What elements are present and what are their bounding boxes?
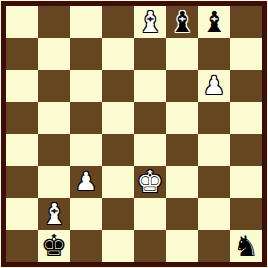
square-e4[interactable]: [134, 134, 166, 166]
square-g7[interactable]: [198, 38, 230, 70]
square-c6[interactable]: [70, 70, 102, 102]
square-a6[interactable]: [6, 70, 38, 102]
square-h5[interactable]: [230, 102, 262, 134]
square-d3[interactable]: [102, 166, 134, 198]
square-f4[interactable]: [166, 134, 198, 166]
square-h7[interactable]: [230, 38, 262, 70]
square-e2[interactable]: [134, 198, 166, 230]
square-c5[interactable]: [70, 102, 102, 134]
square-c2[interactable]: [70, 198, 102, 230]
square-c1[interactable]: [70, 230, 102, 262]
square-e6[interactable]: [134, 70, 166, 102]
square-d8[interactable]: [102, 6, 134, 38]
square-d2[interactable]: [102, 198, 134, 230]
black-knight-piece[interactable]: ♞: [233, 230, 259, 262]
square-g2[interactable]: [198, 198, 230, 230]
square-a3[interactable]: [6, 166, 38, 198]
square-b4[interactable]: [38, 134, 70, 166]
square-a7[interactable]: [6, 38, 38, 70]
square-a8[interactable]: [6, 6, 38, 38]
white-bishop-piece[interactable]: ♝: [137, 6, 163, 38]
square-d4[interactable]: [102, 134, 134, 166]
square-e7[interactable]: [134, 38, 166, 70]
black-king-piece[interactable]: ♚: [41, 230, 68, 262]
square-c4[interactable]: [70, 134, 102, 166]
square-b5[interactable]: [38, 102, 70, 134]
square-f6[interactable]: [166, 70, 198, 102]
white-pawn-piece[interactable]: ♟: [75, 166, 97, 198]
square-g5[interactable]: [198, 102, 230, 134]
white-king-piece[interactable]: ♚: [137, 166, 164, 198]
square-g3[interactable]: [198, 166, 230, 198]
square-c3[interactable]: ♟: [70, 166, 102, 198]
square-c7[interactable]: [70, 38, 102, 70]
square-h2[interactable]: [230, 198, 262, 230]
square-h8[interactable]: [230, 6, 262, 38]
square-f1[interactable]: [166, 230, 198, 262]
square-e5[interactable]: [134, 102, 166, 134]
square-a5[interactable]: [6, 102, 38, 134]
square-f8[interactable]: ♝: [166, 6, 198, 38]
square-f3[interactable]: [166, 166, 198, 198]
square-b3[interactable]: [38, 166, 70, 198]
square-e8[interactable]: ♝: [134, 6, 166, 38]
square-b1[interactable]: ♚: [38, 230, 70, 262]
square-b7[interactable]: [38, 38, 70, 70]
board-frame: ♝♝♝♟♟♚♝♚♞: [0, 0, 268, 268]
square-e1[interactable]: [134, 230, 166, 262]
square-g8[interactable]: ♝: [198, 6, 230, 38]
square-d6[interactable]: [102, 70, 134, 102]
square-a1[interactable]: [6, 230, 38, 262]
square-h4[interactable]: [230, 134, 262, 166]
square-a2[interactable]: [6, 198, 38, 230]
black-bishop-piece[interactable]: ♝: [201, 6, 227, 38]
square-b8[interactable]: [38, 6, 70, 38]
square-g6[interactable]: ♟: [198, 70, 230, 102]
square-h6[interactable]: [230, 70, 262, 102]
square-a4[interactable]: [6, 134, 38, 166]
square-c8[interactable]: [70, 6, 102, 38]
square-g1[interactable]: [198, 230, 230, 262]
white-bishop-piece[interactable]: ♝: [41, 198, 67, 230]
square-h1[interactable]: ♞: [230, 230, 262, 262]
white-pawn-piece[interactable]: ♟: [203, 70, 225, 102]
chess-board: ♝♝♝♟♟♚♝♚♞: [6, 6, 262, 262]
square-h3[interactable]: [230, 166, 262, 198]
black-bishop-piece[interactable]: ♝: [169, 6, 195, 38]
square-f7[interactable]: [166, 38, 198, 70]
square-e3[interactable]: ♚: [134, 166, 166, 198]
square-d7[interactable]: [102, 38, 134, 70]
square-f5[interactable]: [166, 102, 198, 134]
square-b6[interactable]: [38, 70, 70, 102]
square-d1[interactable]: [102, 230, 134, 262]
square-d5[interactable]: [102, 102, 134, 134]
square-f2[interactable]: [166, 198, 198, 230]
square-b2[interactable]: ♝: [38, 198, 70, 230]
square-g4[interactable]: [198, 134, 230, 166]
